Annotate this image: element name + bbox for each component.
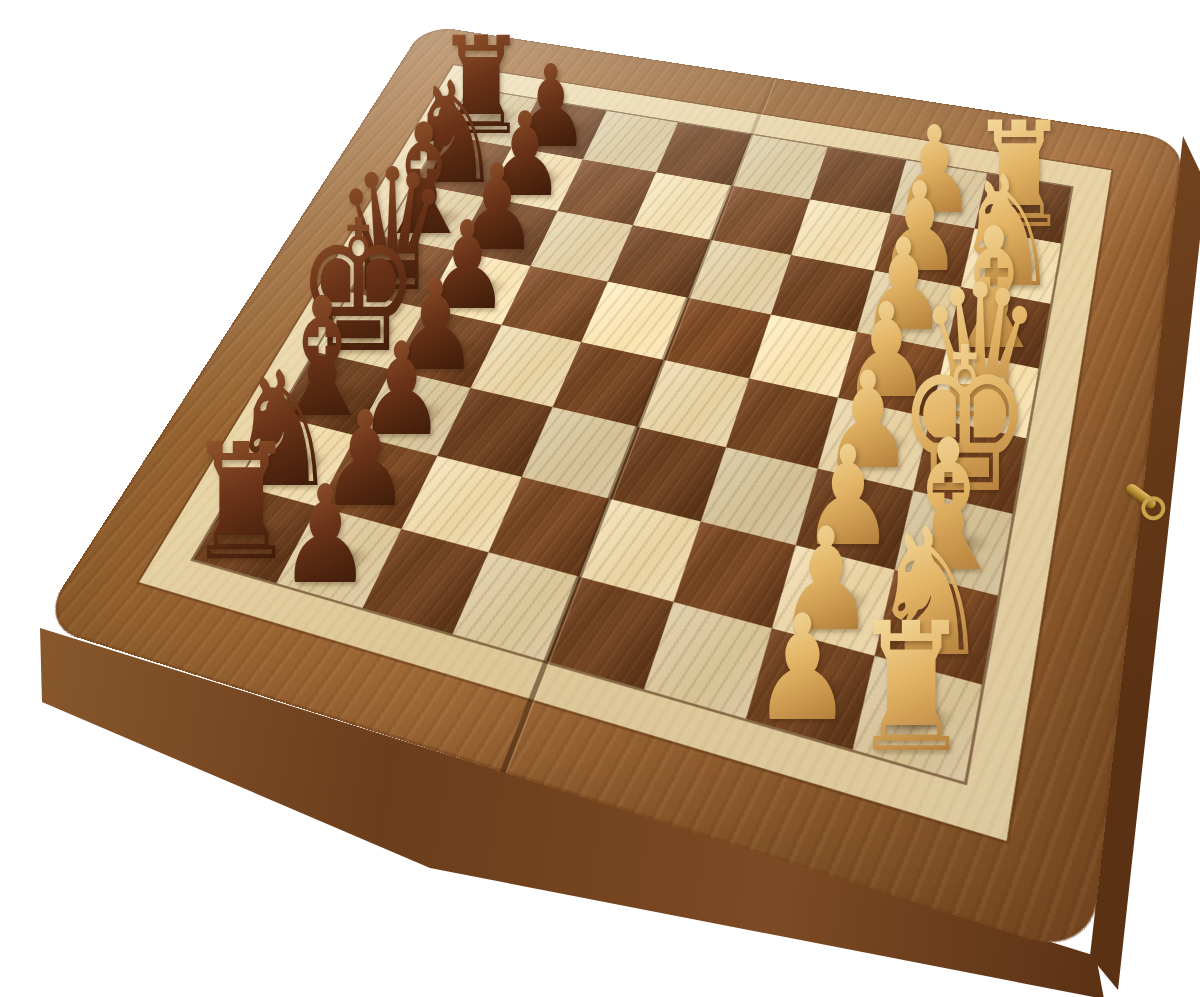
scene: ♜♟♟♜♞♟♟♞♝♟♟♝♛♟♟♛♚♟♟♚♝♟♟♝♞♟♟♞♜♟♟♜ (0, 0, 1200, 997)
